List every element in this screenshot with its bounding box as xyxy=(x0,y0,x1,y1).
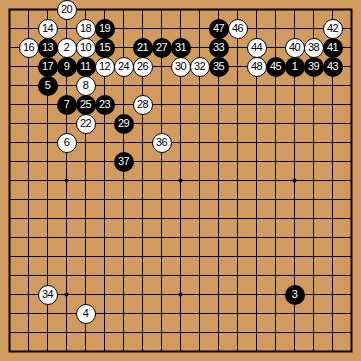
stone-black-7[interactable]: 7 xyxy=(57,95,77,115)
stone-black-1[interactable]: 1 xyxy=(285,57,305,77)
stone-white-8[interactable]: 8 xyxy=(76,76,96,96)
stone-black-19[interactable]: 19 xyxy=(95,19,115,39)
stone-black-47[interactable]: 47 xyxy=(209,19,229,39)
stone-white-26[interactable]: 26 xyxy=(133,57,153,77)
stone-black-33[interactable]: 33 xyxy=(209,38,229,58)
stone-white-30[interactable]: 30 xyxy=(171,57,191,77)
stone-black-9[interactable]: 9 xyxy=(57,57,77,77)
stone-black-29[interactable]: 29 xyxy=(114,114,134,134)
stone-white-14[interactable]: 14 xyxy=(38,19,58,39)
stone-white-42[interactable]: 42 xyxy=(323,19,343,39)
stone-white-40[interactable]: 40 xyxy=(285,38,305,58)
stone-black-5[interactable]: 5 xyxy=(38,76,58,96)
stone-black-35[interactable]: 35 xyxy=(209,57,229,77)
stone-white-18[interactable]: 18 xyxy=(76,19,96,39)
stone-white-4[interactable]: 4 xyxy=(76,304,96,324)
stone-black-11[interactable]: 11 xyxy=(76,57,96,77)
stone-white-20[interactable]: 20 xyxy=(57,0,77,20)
go-board[interactable]: 1234567891011121314151617181920212223242… xyxy=(0,0,361,361)
stone-white-16[interactable]: 16 xyxy=(19,38,39,58)
stone-black-21[interactable]: 21 xyxy=(133,38,153,58)
stone-black-37[interactable]: 37 xyxy=(114,152,134,172)
stone-white-24[interactable]: 24 xyxy=(114,57,134,77)
stone-black-15[interactable]: 15 xyxy=(95,38,115,58)
stone-white-34[interactable]: 34 xyxy=(38,285,58,305)
stone-black-17[interactable]: 17 xyxy=(38,57,58,77)
stone-black-43[interactable]: 43 xyxy=(323,57,343,77)
stone-black-45[interactable]: 45 xyxy=(266,57,286,77)
stone-black-41[interactable]: 41 xyxy=(323,38,343,58)
stone-white-2[interactable]: 2 xyxy=(57,38,77,58)
stone-white-28[interactable]: 28 xyxy=(133,95,153,115)
stone-black-25[interactable]: 25 xyxy=(76,95,96,115)
stone-white-32[interactable]: 32 xyxy=(190,57,210,77)
stone-black-39[interactable]: 39 xyxy=(304,57,324,77)
stones-layer: 1234567891011121314151617181920212223242… xyxy=(0,0,361,361)
stone-black-3[interactable]: 3 xyxy=(285,285,305,305)
stone-black-31[interactable]: 31 xyxy=(171,38,191,58)
stone-white-48[interactable]: 48 xyxy=(247,57,267,77)
stone-white-10[interactable]: 10 xyxy=(76,38,96,58)
stone-black-27[interactable]: 27 xyxy=(152,38,172,58)
stone-white-22[interactable]: 22 xyxy=(76,114,96,134)
stone-white-46[interactable]: 46 xyxy=(228,19,248,39)
stone-white-38[interactable]: 38 xyxy=(304,38,324,58)
stone-black-23[interactable]: 23 xyxy=(95,95,115,115)
stone-white-36[interactable]: 36 xyxy=(152,133,172,153)
stone-white-44[interactable]: 44 xyxy=(247,38,267,58)
stone-white-6[interactable]: 6 xyxy=(57,133,77,153)
stone-black-13[interactable]: 13 xyxy=(38,38,58,58)
stone-white-12[interactable]: 12 xyxy=(95,57,115,77)
